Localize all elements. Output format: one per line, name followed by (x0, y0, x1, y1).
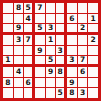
cell-r7c6-given[interactable]: 8 (56, 67, 66, 77)
cell-r1c7-empty[interactable] (67, 3, 77, 13)
cell-r3c7-empty[interactable] (67, 24, 77, 34)
cell-r5c3-empty[interactable] (24, 46, 34, 56)
cell-r1c4-given[interactable]: 7 (35, 3, 45, 13)
cell-r7c9-empty[interactable] (88, 67, 98, 77)
cell-r4c6-empty[interactable] (56, 35, 66, 45)
cell-r4c5-given[interactable]: 1 (46, 35, 56, 45)
cell-r3c1-empty[interactable] (3, 24, 13, 34)
cell-r4c9-given[interactable]: 2 (88, 35, 98, 45)
cell-r8c1-given[interactable]: 8 (3, 78, 13, 88)
cell-r9c5-empty[interactable] (46, 88, 56, 98)
cell-r3c9-empty[interactable] (88, 24, 98, 34)
cell-r2c6-empty[interactable] (56, 14, 66, 24)
cell-r5c7-empty[interactable] (67, 46, 77, 56)
cell-r5c1-empty[interactable] (3, 46, 13, 56)
cell-r5c6-given[interactable]: 3 (56, 46, 66, 56)
cell-r9c8-given[interactable]: 3 (78, 88, 88, 98)
cell-r7c7-empty[interactable] (67, 67, 77, 77)
cell-r7c3-empty[interactable] (24, 67, 34, 77)
cell-r5c9-empty[interactable] (88, 46, 98, 56)
cell-r9c3-empty[interactable] (24, 88, 34, 98)
cell-r7c4-empty[interactable] (35, 67, 45, 77)
cell-r2c2-empty[interactable] (14, 14, 24, 24)
cell-r5c2-empty[interactable] (14, 46, 24, 56)
cell-r4c2-given[interactable]: 3 (14, 35, 24, 45)
cell-r2c1-empty[interactable] (3, 14, 13, 24)
cell-r6c8-given[interactable]: 7 (78, 56, 88, 66)
cell-r4c1-empty[interactable] (3, 35, 13, 45)
cell-r2c7-given[interactable]: 6 (67, 14, 77, 24)
cell-r2c8-empty[interactable] (78, 14, 88, 24)
cell-r1c8-empty[interactable] (78, 3, 88, 13)
cell-r1c1-empty[interactable] (3, 3, 13, 13)
cell-r3c8-given[interactable]: 2 (78, 24, 88, 34)
cell-r8c8-empty[interactable] (78, 78, 88, 88)
cell-r6c2-empty[interactable] (14, 56, 24, 66)
cell-r4c7-empty[interactable] (67, 35, 77, 45)
cell-r1c5-empty[interactable] (46, 3, 56, 13)
cell-r1c2-given[interactable]: 8 (14, 3, 24, 13)
cell-r9c4-empty[interactable] (35, 88, 45, 98)
cell-r6c7-given[interactable]: 3 (67, 56, 77, 66)
cell-r6c4-empty[interactable] (35, 56, 45, 66)
cell-r7c1-empty[interactable] (3, 67, 13, 77)
cell-r6c5-given[interactable]: 5 (46, 56, 56, 66)
cell-r3c2-given[interactable]: 9 (14, 24, 24, 34)
cell-r6c6-empty[interactable] (56, 56, 66, 66)
cell-r5c4-given[interactable]: 9 (35, 46, 45, 56)
cell-r8c6-empty[interactable] (56, 78, 66, 88)
cell-r6c3-empty[interactable] (24, 56, 34, 66)
cell-r9c7-given[interactable]: 8 (67, 88, 77, 98)
cell-r8c2-empty[interactable] (14, 78, 24, 88)
cell-r6c1-given[interactable]: 1 (3, 56, 13, 66)
cell-r9c2-empty[interactable] (14, 88, 24, 98)
cell-r8c7-given[interactable]: 9 (67, 78, 77, 88)
cell-r9c9-empty[interactable] (88, 88, 98, 98)
sudoku-board: 857461953237129315374986869583 (0, 0, 101, 101)
cell-r3c4-given[interactable]: 5 (35, 24, 45, 34)
cell-r5c8-empty[interactable] (78, 46, 88, 56)
cell-r8c4-empty[interactable] (35, 78, 45, 88)
cell-r4c4-empty[interactable] (35, 35, 45, 45)
cell-r8c5-empty[interactable] (46, 78, 56, 88)
cell-r9c6-given[interactable]: 5 (56, 88, 66, 98)
cell-r2c3-given[interactable]: 4 (24, 14, 34, 24)
cell-r7c5-given[interactable]: 9 (46, 67, 56, 77)
cell-r7c2-given[interactable]: 4 (14, 67, 24, 77)
cell-r8c3-given[interactable]: 6 (24, 78, 34, 88)
cell-r3c5-given[interactable]: 3 (46, 24, 56, 34)
cell-r7c8-given[interactable]: 6 (78, 67, 88, 77)
cell-r1c3-given[interactable]: 5 (24, 3, 34, 13)
cell-r4c3-given[interactable]: 7 (24, 35, 34, 45)
cell-r1c9-empty[interactable] (88, 3, 98, 13)
cell-r2c4-empty[interactable] (35, 14, 45, 24)
cell-r9c1-empty[interactable] (3, 88, 13, 98)
cell-r1c6-empty[interactable] (56, 3, 66, 13)
cell-r4c8-empty[interactable] (78, 35, 88, 45)
cell-r3c6-empty[interactable] (56, 24, 66, 34)
cell-r3c3-empty[interactable] (24, 24, 34, 34)
cell-r8c9-empty[interactable] (88, 78, 98, 88)
cell-r5c5-empty[interactable] (46, 46, 56, 56)
cell-r2c5-empty[interactable] (46, 14, 56, 24)
cell-r2c9-given[interactable]: 1 (88, 14, 98, 24)
cell-r6c9-empty[interactable] (88, 56, 98, 66)
